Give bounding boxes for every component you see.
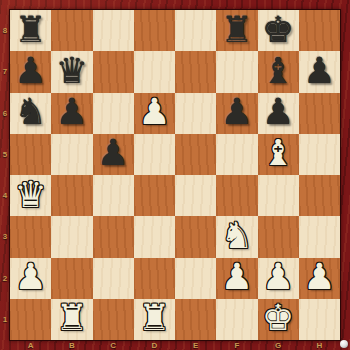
piece-black-king[interactable]: ♚ (258, 10, 299, 51)
square-h7[interactable]: ♟ (299, 51, 340, 92)
piece-white-king[interactable]: ♚ (258, 299, 299, 340)
square-b6[interactable]: ♟ (51, 93, 92, 134)
square-d7[interactable] (134, 51, 175, 92)
square-b5[interactable] (51, 134, 92, 175)
square-b4[interactable] (51, 175, 92, 216)
piece-black-bishop[interactable]: ♝ (258, 51, 299, 92)
square-f4[interactable] (216, 175, 257, 216)
piece-white-bishop[interactable]: ♝ (258, 134, 299, 175)
piece-black-knight[interactable]: ♞ (10, 93, 51, 134)
piece-black-pawn[interactable]: ♟ (216, 93, 257, 134)
square-a2[interactable]: ♟ (10, 258, 51, 299)
square-b3[interactable] (51, 216, 92, 257)
piece-black-queen[interactable]: ♛ (51, 51, 92, 92)
square-d6[interactable]: ♟ (134, 93, 175, 134)
square-a1[interactable] (10, 299, 51, 340)
square-b2[interactable] (51, 258, 92, 299)
square-f6[interactable]: ♟ (216, 93, 257, 134)
chess-board: ♜♜♚♟♛♝♟♞♟♟♟♟♟♝♛♞♟♟♟♟♜♜♚ 87654321 ABCDEFG… (0, 0, 350, 350)
piece-white-pawn[interactable]: ♟ (134, 93, 175, 134)
rank-label-5: 5 (0, 134, 10, 175)
square-e6[interactable] (175, 93, 216, 134)
piece-white-rook[interactable]: ♜ (134, 299, 175, 340)
square-h3[interactable] (299, 216, 340, 257)
square-d8[interactable] (134, 10, 175, 51)
piece-black-pawn[interactable]: ♟ (258, 93, 299, 134)
file-label-g: G (258, 340, 299, 350)
square-g7[interactable]: ♝ (258, 51, 299, 92)
square-d2[interactable] (134, 258, 175, 299)
square-e2[interactable] (175, 258, 216, 299)
rank-label-4: 4 (0, 175, 10, 216)
rank-label-8: 8 (0, 10, 10, 51)
square-c3[interactable] (93, 216, 134, 257)
piece-white-knight[interactable]: ♞ (216, 216, 257, 257)
square-g3[interactable] (258, 216, 299, 257)
square-e4[interactable] (175, 175, 216, 216)
square-a5[interactable] (10, 134, 51, 175)
piece-black-pawn[interactable]: ♟ (10, 51, 51, 92)
file-labels: ABCDEFGH (10, 340, 340, 350)
square-h8[interactable] (299, 10, 340, 51)
file-label-h: H (299, 340, 340, 350)
piece-white-queen[interactable]: ♛ (10, 175, 51, 216)
rank-label-1: 1 (0, 299, 10, 340)
square-h1[interactable] (299, 299, 340, 340)
square-g5[interactable]: ♝ (258, 134, 299, 175)
square-g1[interactable]: ♚ (258, 299, 299, 340)
square-g6[interactable]: ♟ (258, 93, 299, 134)
rank-label-6: 6 (0, 93, 10, 134)
square-b1[interactable]: ♜ (51, 299, 92, 340)
square-f7[interactable] (216, 51, 257, 92)
piece-black-pawn[interactable]: ♟ (299, 51, 340, 92)
square-f8[interactable]: ♜ (216, 10, 257, 51)
square-e5[interactable] (175, 134, 216, 175)
piece-white-pawn[interactable]: ♟ (10, 258, 51, 299)
rank-label-7: 7 (0, 51, 10, 92)
file-label-a: A (10, 340, 51, 350)
file-label-c: C (93, 340, 134, 350)
square-d3[interactable] (134, 216, 175, 257)
square-b7[interactable]: ♛ (51, 51, 92, 92)
square-h4[interactable] (299, 175, 340, 216)
square-h5[interactable] (299, 134, 340, 175)
file-label-e: E (175, 340, 216, 350)
square-c5[interactable]: ♟ (93, 134, 134, 175)
square-a8[interactable]: ♜ (10, 10, 51, 51)
square-h6[interactable] (299, 93, 340, 134)
square-a7[interactable]: ♟ (10, 51, 51, 92)
board-grid: ♜♜♚♟♛♝♟♞♟♟♟♟♟♝♛♞♟♟♟♟♜♜♚ (10, 10, 340, 340)
piece-white-rook[interactable]: ♜ (51, 299, 92, 340)
square-a3[interactable] (10, 216, 51, 257)
square-e7[interactable] (175, 51, 216, 92)
square-c8[interactable] (93, 10, 134, 51)
square-d5[interactable] (134, 134, 175, 175)
piece-white-pawn[interactable]: ♟ (299, 258, 340, 299)
rank-labels: 87654321 (0, 10, 10, 340)
square-a4[interactable]: ♛ (10, 175, 51, 216)
square-f3[interactable]: ♞ (216, 216, 257, 257)
square-h2[interactable]: ♟ (299, 258, 340, 299)
square-c6[interactable] (93, 93, 134, 134)
square-c2[interactable] (93, 258, 134, 299)
square-f2[interactable]: ♟ (216, 258, 257, 299)
square-b8[interactable] (51, 10, 92, 51)
file-label-b: B (51, 340, 92, 350)
square-e1[interactable] (175, 299, 216, 340)
piece-white-pawn[interactable]: ♟ (216, 258, 257, 299)
square-c7[interactable] (93, 51, 134, 92)
square-d4[interactable] (134, 175, 175, 216)
piece-black-pawn[interactable]: ♟ (93, 134, 134, 175)
square-c4[interactable] (93, 175, 134, 216)
square-a6[interactable]: ♞ (10, 93, 51, 134)
rank-label-3: 3 (0, 216, 10, 257)
square-g8[interactable]: ♚ (258, 10, 299, 51)
white-to-move-indicator (340, 340, 348, 348)
square-f1[interactable] (216, 299, 257, 340)
piece-black-rook[interactable]: ♜ (216, 10, 257, 51)
piece-black-pawn[interactable]: ♟ (51, 93, 92, 134)
square-c1[interactable] (93, 299, 134, 340)
square-e3[interactable] (175, 216, 216, 257)
piece-white-pawn[interactable]: ♟ (258, 258, 299, 299)
piece-black-rook[interactable]: ♜ (10, 10, 51, 51)
file-label-f: F (216, 340, 257, 350)
square-d1[interactable]: ♜ (134, 299, 175, 340)
square-g4[interactable] (258, 175, 299, 216)
file-label-d: D (134, 340, 175, 350)
rank-label-2: 2 (0, 258, 10, 299)
square-e8[interactable] (175, 10, 216, 51)
square-f5[interactable] (216, 134, 257, 175)
square-g2[interactable]: ♟ (258, 258, 299, 299)
